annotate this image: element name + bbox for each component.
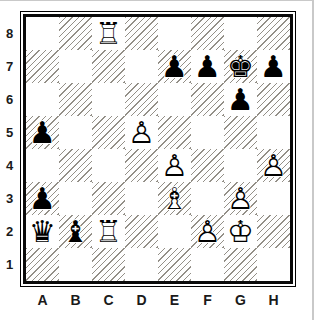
black-queen-piece: ♛ bbox=[26, 215, 59, 248]
black-piece-glyph: ♟ bbox=[158, 50, 191, 83]
square-e4: ♟♙ bbox=[158, 149, 191, 182]
square-g3: ♟♙ bbox=[224, 182, 257, 215]
square-d1 bbox=[125, 248, 158, 281]
file-labels: ABCDEFGH bbox=[26, 290, 290, 310]
square-a3: ♟ bbox=[26, 182, 59, 215]
square-b2: ♝ bbox=[59, 215, 92, 248]
chess-diagram-page: 87654321 ♜♖♟♟♚♟♟♟♟♙♟♙♟♙♟♝♗♟♙♛♝♜♖♟♙♚♔ ABC… bbox=[0, 0, 314, 320]
square-b3 bbox=[59, 182, 92, 215]
rank-label-4: 4 bbox=[2, 149, 17, 182]
file-label-e: E bbox=[158, 290, 191, 310]
square-d3 bbox=[125, 182, 158, 215]
square-h8 bbox=[257, 17, 290, 50]
rank-labels: 87654321 bbox=[2, 17, 17, 281]
square-e1 bbox=[158, 248, 191, 281]
square-a4 bbox=[26, 149, 59, 182]
square-c3 bbox=[92, 182, 125, 215]
rank-label-8: 8 bbox=[2, 17, 17, 50]
square-c4 bbox=[92, 149, 125, 182]
square-g7: ♚ bbox=[224, 50, 257, 83]
rank-label-6: 6 bbox=[2, 83, 17, 116]
square-h2 bbox=[257, 215, 290, 248]
black-piece-glyph: ♟ bbox=[257, 50, 290, 83]
square-b4 bbox=[59, 149, 92, 182]
square-g8 bbox=[224, 17, 257, 50]
white-rook-piece: ♜♖ bbox=[92, 215, 125, 248]
square-d8 bbox=[125, 17, 158, 50]
square-f1 bbox=[191, 248, 224, 281]
square-f3 bbox=[191, 182, 224, 215]
black-king-piece: ♚ bbox=[224, 50, 257, 83]
white-pawn-piece: ♟♙ bbox=[158, 149, 191, 182]
square-b6 bbox=[59, 83, 92, 116]
white-pawn-piece: ♟♙ bbox=[191, 215, 224, 248]
black-pawn-piece: ♟ bbox=[191, 50, 224, 83]
white-pawn-piece: ♟♙ bbox=[257, 149, 290, 182]
square-e7: ♟ bbox=[158, 50, 191, 83]
black-piece-glyph: ♚ bbox=[224, 50, 257, 83]
black-pawn-piece: ♟ bbox=[26, 116, 59, 149]
file-label-f: F bbox=[191, 290, 224, 310]
white-piece-outline: ♙ bbox=[257, 149, 290, 182]
square-b7 bbox=[59, 50, 92, 83]
file-label-h: H bbox=[257, 290, 290, 310]
square-g5 bbox=[224, 116, 257, 149]
square-f5 bbox=[191, 116, 224, 149]
square-f4 bbox=[191, 149, 224, 182]
white-pawn-piece: ♟♙ bbox=[125, 116, 158, 149]
white-king-piece: ♚♔ bbox=[224, 215, 257, 248]
square-f7: ♟ bbox=[191, 50, 224, 83]
black-bishop-piece: ♝ bbox=[59, 215, 92, 248]
black-piece-glyph: ♟ bbox=[26, 116, 59, 149]
square-a7 bbox=[26, 50, 59, 83]
square-g6: ♟ bbox=[224, 83, 257, 116]
square-d2 bbox=[125, 215, 158, 248]
white-piece-outline: ♖ bbox=[92, 215, 125, 248]
square-h7: ♟ bbox=[257, 50, 290, 83]
square-a2: ♛ bbox=[26, 215, 59, 248]
square-b5 bbox=[59, 116, 92, 149]
white-piece-outline: ♙ bbox=[125, 116, 158, 149]
white-piece-outline: ♔ bbox=[224, 215, 257, 248]
square-c7 bbox=[92, 50, 125, 83]
square-e3: ♝♗ bbox=[158, 182, 191, 215]
black-pawn-piece: ♟ bbox=[257, 50, 290, 83]
square-c8: ♜♖ bbox=[92, 17, 125, 50]
white-piece-outline: ♙ bbox=[191, 215, 224, 248]
black-piece-glyph: ♟ bbox=[224, 83, 257, 116]
square-e5 bbox=[158, 116, 191, 149]
file-label-b: B bbox=[59, 290, 92, 310]
black-piece-glyph: ♛ bbox=[26, 215, 59, 248]
square-a5: ♟ bbox=[26, 116, 59, 149]
square-e8 bbox=[158, 17, 191, 50]
square-f2: ♟♙ bbox=[191, 215, 224, 248]
square-f6 bbox=[191, 83, 224, 116]
square-c2: ♜♖ bbox=[92, 215, 125, 248]
square-a6 bbox=[26, 83, 59, 116]
file-label-c: C bbox=[92, 290, 125, 310]
square-d4 bbox=[125, 149, 158, 182]
square-d6 bbox=[125, 83, 158, 116]
white-rook-piece: ♜♖ bbox=[92, 17, 125, 50]
black-piece-glyph: ♟ bbox=[26, 182, 59, 215]
square-h5 bbox=[257, 116, 290, 149]
square-d7 bbox=[125, 50, 158, 83]
square-h1 bbox=[257, 248, 290, 281]
square-b1 bbox=[59, 248, 92, 281]
rank-label-3: 3 bbox=[2, 182, 17, 215]
square-e6 bbox=[158, 83, 191, 116]
square-e2 bbox=[158, 215, 191, 248]
white-pawn-piece: ♟♙ bbox=[224, 182, 257, 215]
black-pawn-piece: ♟ bbox=[224, 83, 257, 116]
rank-label-7: 7 bbox=[2, 50, 17, 83]
square-g4 bbox=[224, 149, 257, 182]
rank-label-2: 2 bbox=[2, 215, 17, 248]
rank-label-5: 5 bbox=[2, 116, 17, 149]
white-piece-outline: ♙ bbox=[224, 182, 257, 215]
chess-board: ♜♖♟♟♚♟♟♟♟♙♟♙♟♙♟♝♗♟♙♛♝♜♖♟♙♚♔ bbox=[26, 17, 290, 281]
board-outer-frame: ♜♖♟♟♚♟♟♟♟♙♟♙♟♙♟♝♗♟♙♛♝♜♖♟♙♚♔ bbox=[20, 11, 296, 287]
white-bishop-piece: ♝♗ bbox=[158, 182, 191, 215]
black-piece-glyph: ♝ bbox=[59, 215, 92, 248]
white-piece-outline: ♙ bbox=[158, 149, 191, 182]
file-label-d: D bbox=[125, 290, 158, 310]
white-piece-outline: ♗ bbox=[158, 182, 191, 215]
black-pawn-piece: ♟ bbox=[26, 182, 59, 215]
square-c6 bbox=[92, 83, 125, 116]
square-c1 bbox=[92, 248, 125, 281]
square-d5: ♟♙ bbox=[125, 116, 158, 149]
file-label-g: G bbox=[224, 290, 257, 310]
square-b8 bbox=[59, 17, 92, 50]
black-pawn-piece: ♟ bbox=[158, 50, 191, 83]
square-g2: ♚♔ bbox=[224, 215, 257, 248]
rank-label-1: 1 bbox=[2, 248, 17, 281]
board-inner-frame: ♜♖♟♟♚♟♟♟♟♙♟♙♟♙♟♝♗♟♙♛♝♜♖♟♙♚♔ bbox=[23, 14, 293, 284]
square-a8 bbox=[26, 17, 59, 50]
square-h6 bbox=[257, 83, 290, 116]
square-a1 bbox=[26, 248, 59, 281]
square-g1 bbox=[224, 248, 257, 281]
square-h3 bbox=[257, 182, 290, 215]
square-h4: ♟♙ bbox=[257, 149, 290, 182]
square-c5 bbox=[92, 116, 125, 149]
square-f8 bbox=[191, 17, 224, 50]
white-piece-outline: ♖ bbox=[92, 17, 125, 50]
black-piece-glyph: ♟ bbox=[191, 50, 224, 83]
file-label-a: A bbox=[26, 290, 59, 310]
